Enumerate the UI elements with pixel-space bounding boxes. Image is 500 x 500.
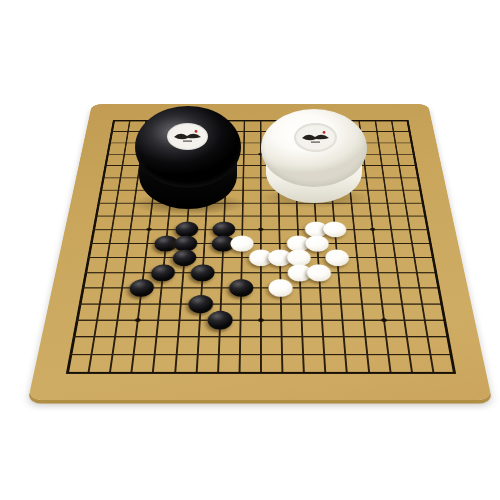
board-point: [122, 209, 142, 222]
board-point: [433, 312, 457, 329]
board-point: [418, 223, 439, 237]
board-point: [109, 296, 131, 312]
board-point: [329, 265, 350, 280]
board-point: [118, 236, 139, 250]
board-point: [331, 296, 352, 312]
board-point: [101, 346, 125, 364]
board-point: [139, 223, 159, 237]
board-point: [250, 364, 272, 382]
board-point: [428, 280, 451, 296]
board-point: [368, 126, 386, 137]
board-point: [271, 312, 292, 329]
board-point: [374, 172, 393, 184]
star-point: [258, 228, 263, 231]
board-point: [98, 364, 122, 382]
board-point: [348, 265, 369, 280]
brand-logo-icon: [172, 128, 203, 145]
board-point: [351, 296, 373, 312]
board-point: [165, 346, 188, 364]
board-point: [115, 148, 134, 160]
board-point: [290, 280, 310, 296]
board-point: [271, 329, 292, 346]
board-point: [171, 280, 192, 296]
board-point: [313, 346, 335, 364]
board-point: [332, 312, 354, 329]
white-stone[interactable]: [230, 236, 253, 252]
board-point: [400, 364, 424, 382]
board-point: [314, 364, 337, 382]
board-point: [399, 116, 417, 127]
board-point: [270, 209, 289, 222]
board-point: [271, 296, 291, 312]
board-point: [233, 223, 252, 237]
board-point: [333, 329, 355, 346]
board-point: [357, 364, 380, 382]
board-point: [272, 364, 294, 382]
white-stone[interactable]: [323, 222, 347, 238]
board-point: [423, 251, 445, 266]
board-point: [389, 280, 411, 296]
board-point: [388, 148, 407, 160]
board-point: [175, 236, 195, 250]
board-point: [163, 364, 186, 382]
star-point: [370, 228, 375, 231]
board-point: [367, 265, 388, 280]
board-point: [106, 197, 126, 210]
board-point: [271, 346, 293, 364]
black-bowl-brand-label: [167, 123, 208, 150]
board-point: [208, 329, 229, 346]
board-point: [349, 280, 370, 296]
board-point: [346, 251, 367, 266]
board-point: [144, 346, 167, 364]
board-point: [391, 172, 411, 184]
board-point: [344, 223, 364, 237]
white-stone[interactable]: [307, 264, 332, 281]
board-point: [100, 137, 119, 148]
board-point: [271, 280, 291, 296]
board-point: [151, 280, 172, 296]
board-point: [439, 346, 463, 364]
board-point: [420, 236, 442, 250]
board-point: [291, 312, 312, 329]
board-point: [376, 184, 396, 197]
board-point: [413, 197, 433, 210]
board-point: [168, 312, 190, 329]
board-point: [230, 312, 251, 329]
board-point: [408, 280, 430, 296]
board-point: [385, 251, 406, 266]
board-point: [362, 223, 382, 237]
board-point: [116, 251, 137, 266]
white-stone-bowl[interactable]: [261, 109, 367, 205]
board-point: [191, 280, 212, 296]
board-point: [399, 223, 420, 237]
board-point: [185, 364, 208, 382]
board-point: [104, 116, 122, 127]
board-point: [374, 329, 397, 346]
board-point: [79, 346, 103, 364]
board-point: [166, 329, 188, 346]
board-point: [327, 251, 347, 266]
board-point: [309, 265, 329, 280]
board-point: [104, 209, 125, 222]
board-point: [372, 160, 391, 172]
board-point: [313, 329, 335, 346]
board-point: [406, 265, 428, 280]
board-point: [231, 280, 251, 296]
board-point: [190, 296, 211, 312]
board-point: [120, 223, 141, 237]
board-point: [330, 280, 351, 296]
board-point: [91, 280, 113, 296]
black-stone[interactable]: [207, 311, 233, 330]
board-point: [364, 236, 385, 250]
board-point: [371, 296, 393, 312]
board-point: [251, 265, 271, 280]
board-point: [125, 329, 148, 346]
board-point: [292, 346, 314, 364]
board-point: [288, 209, 307, 222]
board-point: [352, 312, 374, 329]
board-point: [104, 329, 127, 346]
brand-logo-icon: [300, 129, 331, 146]
board-point: [174, 251, 194, 266]
board-point: [378, 364, 402, 382]
board-point: [376, 346, 399, 364]
board-point: [153, 265, 174, 280]
board-point: [117, 137, 136, 148]
board-point: [373, 312, 396, 329]
board-point: [146, 329, 169, 346]
board-point: [354, 329, 377, 346]
board-point: [192, 265, 212, 280]
board-point: [425, 265, 447, 280]
go-board-mat: [28, 104, 492, 400]
board-point: [336, 364, 359, 382]
board-point: [411, 184, 431, 197]
go-set-product-photo: [0, 0, 500, 500]
board-point: [393, 312, 416, 329]
board-point: [187, 329, 209, 346]
board-point: [343, 209, 363, 222]
board-point: [208, 346, 230, 364]
white-bowl-brand-label: [294, 123, 337, 152]
board-point: [355, 346, 378, 364]
board-point: [369, 137, 387, 148]
board-point: [109, 184, 129, 197]
board-point: [325, 223, 345, 237]
star-point: [381, 318, 387, 322]
board-point: [97, 251, 119, 266]
board-point: [120, 364, 144, 382]
board-point: [228, 364, 250, 382]
board-point: [250, 346, 271, 364]
board-point: [415, 209, 436, 222]
board-point: [324, 209, 343, 222]
black-stone-bowl[interactable]: [135, 106, 241, 211]
star-point: [258, 318, 264, 322]
board-point: [98, 148, 117, 160]
board-point: [149, 296, 171, 312]
board-point: [210, 296, 231, 312]
board-point: [122, 346, 145, 364]
board-point: [387, 265, 409, 280]
board-point: [102, 223, 123, 237]
star-point: [147, 228, 152, 231]
board-point: [383, 116, 401, 127]
board-point: [377, 197, 397, 210]
board-point: [345, 236, 365, 250]
board-point: [209, 312, 230, 329]
board-point: [289, 251, 309, 266]
board-point: [384, 126, 402, 137]
star-point: [135, 318, 141, 322]
board-point: [401, 236, 422, 250]
board-point: [306, 209, 325, 222]
board-point: [403, 137, 422, 148]
board-point: [393, 184, 413, 197]
board-point: [76, 364, 101, 382]
board-point: [231, 265, 251, 280]
board-point: [395, 197, 415, 210]
board-point: [411, 296, 434, 312]
board-point: [214, 223, 233, 237]
board-point: [141, 364, 164, 382]
board-point: [251, 296, 271, 312]
white-stone[interactable]: [306, 236, 330, 252]
board-point: [397, 209, 418, 222]
board-point: [233, 209, 252, 222]
board-point: [310, 280, 331, 296]
board-point: [207, 364, 229, 382]
board-point: [326, 236, 346, 250]
board-point: [147, 312, 169, 329]
board-point: [395, 329, 418, 346]
board-point: [251, 312, 272, 329]
board-point: [311, 296, 332, 312]
board-point: [127, 312, 149, 329]
board-point: [88, 296, 111, 312]
board-point: [229, 346, 251, 364]
board-point: [193, 251, 213, 266]
board-point: [102, 126, 121, 137]
board-point: [94, 265, 116, 280]
board-point: [114, 265, 136, 280]
board-point: [292, 329, 314, 346]
board-point: [250, 329, 271, 346]
board-point: [334, 346, 357, 364]
board-point: [186, 346, 208, 364]
board-point: [436, 329, 460, 346]
board-point: [99, 236, 120, 250]
board-point: [401, 126, 420, 137]
board-point: [366, 116, 384, 127]
board-point: [251, 236, 270, 250]
board-point: [111, 172, 131, 184]
board-point: [369, 280, 391, 296]
board-point: [232, 236, 251, 250]
board-point: [177, 223, 197, 237]
board-point: [252, 209, 270, 222]
board-point: [251, 223, 270, 237]
board-point: [129, 296, 151, 312]
board-point: [361, 209, 381, 222]
board-point: [431, 296, 454, 312]
board-point: [381, 223, 402, 237]
board-point: [397, 346, 421, 364]
board-point: [212, 265, 232, 280]
board-point: [229, 329, 250, 346]
board-point: [409, 172, 429, 184]
board-point: [391, 296, 413, 312]
board-point: [113, 160, 132, 172]
board-point: [371, 148, 390, 160]
board-point: [131, 280, 153, 296]
black-stone[interactable]: [229, 279, 254, 297]
board-point: [405, 148, 424, 160]
board-point: [383, 236, 404, 250]
board-point: [379, 209, 399, 222]
board-point: [389, 160, 408, 172]
white-stone[interactable]: [325, 250, 350, 266]
white-stone[interactable]: [269, 279, 294, 297]
board-point: [213, 251, 233, 266]
board-point: [230, 296, 250, 312]
board-point: [291, 296, 312, 312]
board-point: [386, 137, 405, 148]
board-point: [270, 223, 289, 237]
board-point: [442, 364, 467, 382]
board-point: [407, 160, 426, 172]
board-point: [135, 251, 156, 266]
board-point: [366, 251, 387, 266]
board-point: [86, 312, 109, 329]
board-point: [312, 312, 334, 329]
board-point: [83, 329, 107, 346]
board-point: [404, 251, 426, 266]
board-point: [293, 364, 315, 382]
board-point: [106, 312, 129, 329]
board-point: [308, 236, 328, 250]
